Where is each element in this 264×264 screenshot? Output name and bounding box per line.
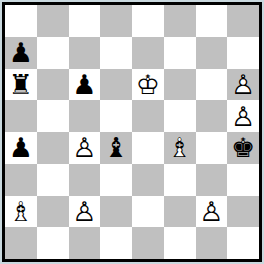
square-f7: [164, 37, 196, 69]
square-a2: ♝♗: [5, 196, 37, 228]
square-c5: [69, 100, 101, 132]
square-f1: [164, 227, 196, 259]
square-e6: ♚♔: [132, 69, 164, 101]
square-f3: [164, 164, 196, 196]
square-b2: [37, 196, 69, 228]
square-c3: [69, 164, 101, 196]
square-h5: ♟♙: [227, 100, 259, 132]
board-frame: ♟♜♟♚♔♟♙♟♙♟♟♙♝♝♗♚♝♗♟♙♟♙: [2, 2, 262, 262]
square-c6: ♟: [69, 69, 101, 101]
square-c4: ♟♙: [69, 132, 101, 164]
square-g8: [196, 5, 228, 37]
square-a7: ♟: [5, 37, 37, 69]
chess-board: ♟♜♟♚♔♟♙♟♙♟♟♙♝♝♗♚♝♗♟♙♟♙: [5, 5, 259, 259]
square-d7: [100, 37, 132, 69]
square-b7: [37, 37, 69, 69]
square-d1: [100, 227, 132, 259]
black-king-piece: ♚: [227, 132, 259, 164]
square-h7: [227, 37, 259, 69]
square-d4: ♝: [100, 132, 132, 164]
square-e5: [132, 100, 164, 132]
square-h3: [227, 164, 259, 196]
black-pawn-piece: ♟: [5, 37, 37, 69]
square-b1: [37, 227, 69, 259]
black-pawn-piece: ♟: [5, 132, 37, 164]
square-g3: [196, 164, 228, 196]
square-f2: [164, 196, 196, 228]
black-rook-piece: ♜: [5, 69, 37, 101]
square-c1: [69, 227, 101, 259]
square-b4: [37, 132, 69, 164]
square-h1: [227, 227, 259, 259]
square-d2: [100, 196, 132, 228]
square-g7: [196, 37, 228, 69]
square-g4: [196, 132, 228, 164]
square-g2: ♟♙: [196, 196, 228, 228]
square-f8: [164, 5, 196, 37]
white-bishop-piece: ♝♗: [5, 196, 37, 228]
square-a6: ♜: [5, 69, 37, 101]
square-h2: [227, 196, 259, 228]
square-d5: [100, 100, 132, 132]
square-c7: [69, 37, 101, 69]
square-a8: [5, 5, 37, 37]
white-pawn-piece: ♟♙: [196, 196, 228, 228]
white-pawn-piece: ♟♙: [69, 132, 101, 164]
square-d3: [100, 164, 132, 196]
square-a4: ♟: [5, 132, 37, 164]
square-e4: [132, 132, 164, 164]
white-pawn-piece: ♟♙: [227, 69, 259, 101]
square-e2: [132, 196, 164, 228]
square-c2: ♟♙: [69, 196, 101, 228]
square-c8: [69, 5, 101, 37]
square-b5: [37, 100, 69, 132]
square-f6: [164, 69, 196, 101]
square-a3: [5, 164, 37, 196]
black-pawn-piece: ♟: [69, 69, 101, 101]
square-e8: [132, 5, 164, 37]
square-b3: [37, 164, 69, 196]
square-h4: ♚: [227, 132, 259, 164]
white-pawn-piece: ♟♙: [69, 196, 101, 228]
white-pawn-piece: ♟♙: [227, 100, 259, 132]
square-e3: [132, 164, 164, 196]
chess-diagram: ♟♜♟♚♔♟♙♟♙♟♟♙♝♝♗♚♝♗♟♙♟♙: [0, 0, 264, 264]
white-king-piece: ♚♔: [132, 69, 164, 101]
square-h6: ♟♙: [227, 69, 259, 101]
square-b6: [37, 69, 69, 101]
square-h8: [227, 5, 259, 37]
square-f4: ♝♗: [164, 132, 196, 164]
square-a1: [5, 227, 37, 259]
black-bishop-piece: ♝: [100, 132, 132, 164]
square-g5: [196, 100, 228, 132]
square-g6: [196, 69, 228, 101]
square-f5: [164, 100, 196, 132]
square-e7: [132, 37, 164, 69]
square-e1: [132, 227, 164, 259]
square-b8: [37, 5, 69, 37]
square-g1: [196, 227, 228, 259]
square-a5: [5, 100, 37, 132]
square-d6: [100, 69, 132, 101]
square-d8: [100, 5, 132, 37]
white-bishop-piece: ♝♗: [164, 132, 196, 164]
